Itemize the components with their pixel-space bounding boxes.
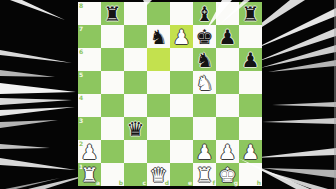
- rank-label-7: 7: [79, 25, 83, 32]
- square-c5[interactable]: [124, 71, 147, 94]
- square-h8[interactable]: ♜: [239, 2, 262, 25]
- square-g5[interactable]: [216, 71, 239, 94]
- file-label-e: e: [188, 179, 192, 186]
- square-c4[interactable]: [124, 94, 147, 117]
- square-d3[interactable]: [147, 117, 170, 140]
- square-h1[interactable]: h: [239, 163, 262, 186]
- rank-label-4: 4: [79, 94, 83, 101]
- square-a6[interactable]: 6: [78, 48, 101, 71]
- file-label-h: h: [257, 179, 261, 186]
- file-label-c: c: [142, 179, 146, 186]
- square-b8[interactable]: ♜: [101, 2, 124, 25]
- square-e2[interactable]: [170, 140, 193, 163]
- square-g2[interactable]: ♟: [216, 140, 239, 163]
- square-a2[interactable]: 2♟: [78, 140, 101, 163]
- square-d5[interactable]: [147, 71, 170, 94]
- square-d2[interactable]: [147, 140, 170, 163]
- square-h4[interactable]: [239, 94, 262, 117]
- piece-black-king-f7[interactable]: ♚: [193, 25, 216, 48]
- square-d4[interactable]: [147, 94, 170, 117]
- square-e5[interactable]: [170, 71, 193, 94]
- square-g7[interactable]: ♟: [216, 25, 239, 48]
- square-e6[interactable]: [170, 48, 193, 71]
- square-a5[interactable]: 5: [78, 71, 101, 94]
- square-b5[interactable]: [101, 71, 124, 94]
- square-a3[interactable]: 3: [78, 117, 101, 140]
- square-f7[interactable]: ♚: [193, 25, 216, 48]
- square-f3[interactable]: [193, 117, 216, 140]
- square-f2[interactable]: ♟: [193, 140, 216, 163]
- piece-black-knight-d7[interactable]: ♞: [147, 25, 170, 48]
- square-c8[interactable]: [124, 2, 147, 25]
- square-f1[interactable]: f♜: [193, 163, 216, 186]
- square-d6[interactable]: [147, 48, 170, 71]
- file-label-b: b: [119, 179, 123, 186]
- piece-white-pawn-h2[interactable]: ♟: [239, 140, 262, 163]
- square-g6[interactable]: [216, 48, 239, 71]
- square-d1[interactable]: d♛: [147, 163, 170, 186]
- chess-board: 8♜♝♜7♞♟♚♟6♞♟5♞43♛2♟♟♟♟1a♜bcd♛ef♜g♚h: [78, 2, 262, 186]
- square-f5[interactable]: ♞: [193, 71, 216, 94]
- piece-white-king-g1[interactable]: ♚: [216, 163, 239, 186]
- square-a8[interactable]: 8: [78, 2, 101, 25]
- square-h2[interactable]: ♟: [239, 140, 262, 163]
- square-a4[interactable]: 4: [78, 94, 101, 117]
- square-g1[interactable]: g♚: [216, 163, 239, 186]
- square-b6[interactable]: [101, 48, 124, 71]
- square-c2[interactable]: [124, 140, 147, 163]
- piece-black-pawn-h6[interactable]: ♟: [239, 48, 262, 71]
- square-b1[interactable]: b: [101, 163, 124, 186]
- piece-black-rook-h8[interactable]: ♜: [239, 2, 262, 25]
- rank-label-6: 6: [79, 48, 83, 55]
- square-h7[interactable]: [239, 25, 262, 48]
- square-c6[interactable]: [124, 48, 147, 71]
- piece-white-pawn-e7[interactable]: ♟: [170, 25, 193, 48]
- square-b2[interactable]: [101, 140, 124, 163]
- square-e3[interactable]: [170, 117, 193, 140]
- piece-white-pawn-f2[interactable]: ♟: [193, 140, 216, 163]
- square-h5[interactable]: [239, 71, 262, 94]
- piece-white-queen-d1[interactable]: ♛: [147, 163, 170, 186]
- square-e4[interactable]: [170, 94, 193, 117]
- square-g3[interactable]: [216, 117, 239, 140]
- piece-white-knight-f5[interactable]: ♞: [193, 71, 216, 94]
- piece-white-pawn-g2[interactable]: ♟: [216, 140, 239, 163]
- square-b3[interactable]: [101, 117, 124, 140]
- square-h6[interactable]: ♟: [239, 48, 262, 71]
- square-c1[interactable]: c: [124, 163, 147, 186]
- square-c3[interactable]: ♛: [124, 117, 147, 140]
- square-a7[interactable]: 7: [78, 25, 101, 48]
- piece-black-rook-b8[interactable]: ♜: [101, 2, 124, 25]
- square-a1[interactable]: 1a♜: [78, 163, 101, 186]
- square-b7[interactable]: [101, 25, 124, 48]
- square-d8[interactable]: [147, 2, 170, 25]
- piece-white-rook-a1[interactable]: ♜: [78, 163, 101, 186]
- square-h3[interactable]: [239, 117, 262, 140]
- square-f6[interactable]: ♞: [193, 48, 216, 71]
- square-g4[interactable]: [216, 94, 239, 117]
- square-c7[interactable]: [124, 25, 147, 48]
- piece-black-pawn-g7[interactable]: ♟: [216, 25, 239, 48]
- square-f8[interactable]: ♝: [193, 2, 216, 25]
- square-d7[interactable]: ♞: [147, 25, 170, 48]
- square-f4[interactable]: [193, 94, 216, 117]
- chess-app-scene: 8♜♝♜7♞♟♚♟6♞♟5♞43♛2♟♟♟♟1a♜bcd♛ef♜g♚h: [0, 0, 336, 189]
- rank-label-5: 5: [79, 71, 83, 78]
- piece-black-bishop-f8[interactable]: ♝: [193, 2, 216, 25]
- rank-label-8: 8: [79, 2, 83, 9]
- rank-label-3: 3: [79, 117, 83, 124]
- piece-white-rook-f1[interactable]: ♜: [193, 163, 216, 186]
- square-b4[interactable]: [101, 94, 124, 117]
- piece-black-knight-f6[interactable]: ♞: [193, 48, 216, 71]
- square-e7[interactable]: ♟: [170, 25, 193, 48]
- piece-white-pawn-a2[interactable]: ♟: [78, 140, 101, 163]
- square-e1[interactable]: e: [170, 163, 193, 186]
- piece-black-queen-c3[interactable]: ♛: [124, 117, 147, 140]
- square-g8[interactable]: [216, 2, 239, 25]
- square-e8[interactable]: [170, 2, 193, 25]
